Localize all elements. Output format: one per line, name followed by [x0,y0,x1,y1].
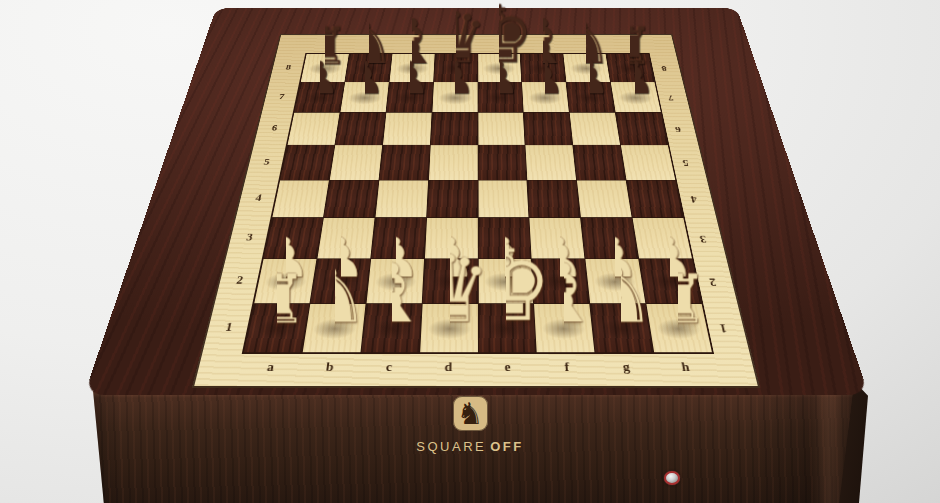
knight-logo-icon: ♞ [453,397,488,431]
black-p-g7[interactable]: ♟ [566,82,615,112]
rank-label-right-8: 8 [646,54,683,82]
rank-label-right-1: 1 [698,303,750,352]
white-b-f1[interactable]: ♝ [534,303,595,352]
file-label-a: a [237,349,303,386]
white-n-g1[interactable]: ♞ [590,303,654,352]
white-p-e2[interactable]: ♟ [478,259,534,304]
rank-label-right-5: 5 [665,145,707,180]
white-p-a2[interactable]: ♟ [254,259,317,304]
rank-label-right-4: 4 [672,180,716,218]
file-label-c: c [357,349,419,386]
black-p-b7[interactable]: ♟ [340,82,389,112]
white-b-c1[interactable]: ♝ [361,303,422,352]
rank-label-left-1: 1 [203,303,255,352]
white-k-e1[interactable]: ♚ [478,303,537,352]
white-p-d2[interactable]: ♟ [422,259,478,304]
white-q-d1[interactable]: ♛ [419,303,477,352]
file-label-g: g [595,349,659,386]
black-k-e8[interactable]: ♚ [478,54,522,82]
white-p-b2[interactable]: ♟ [310,259,371,304]
black-p-d7[interactable]: ♟ [432,82,478,112]
brand-text: SQUAREOFF [390,439,550,454]
white-p-f2[interactable]: ♟ [531,259,589,304]
pieces-layer: ♜♞♝♛♚♝♞♜♟♟♟♟♟♟♟♟♟♟♟♟♟♟♟♟♜♞♝♛♚♝♞♜ [244,54,712,352]
white-n-b1[interactable]: ♞ [302,303,366,352]
black-p-e7[interactable]: ♟ [478,82,524,112]
rank-label-right-3: 3 [680,218,726,259]
black-n-b8[interactable]: ♞ [345,54,392,82]
black-p-c7[interactable]: ♟ [386,82,433,112]
white-r-a1[interactable]: ♜ [244,303,310,352]
file-label-d: d [418,349,478,386]
black-b-f8[interactable]: ♝ [520,54,566,82]
black-n-g8[interactable]: ♞ [563,54,610,82]
file-label-f: f [536,349,598,386]
black-p-f7[interactable]: ♟ [522,82,569,112]
brand-text-square: SQUARE [416,439,486,454]
black-q-d8[interactable]: ♛ [433,54,477,82]
white-p-g2[interactable]: ♟ [585,259,646,304]
file-label-h: h [653,349,719,386]
chessboard: 87654321 87654321 abcdefgh ♜♞♝♛♚♝♞♜♟♟♟♟♟… [192,34,760,387]
black-b-c8[interactable]: ♝ [389,54,435,82]
rank-label-right-7: 7 [652,82,691,112]
black-p-a7[interactable]: ♟ [294,82,345,112]
power-button[interactable] [664,471,680,485]
file-label-b: b [297,349,361,386]
box-top-surface: 87654321 87654321 abcdefgh ♜♞♝♛♚♝♞♜♟♟♟♟♟… [84,8,869,395]
files-bottom: abcdefgh [237,349,719,386]
file-label-e: e [478,349,538,386]
brand-logo: ♞ SQUAREOFF [390,396,550,454]
white-p-c2[interactable]: ♟ [366,259,424,304]
brand-text-off: OFF [490,439,524,454]
square-off-logo-mark: ♞ [453,396,488,431]
scene: ♞ SQUAREOFF 87654321 87654321 abcdefgh ♜… [0,0,940,503]
black-r-a8[interactable]: ♜ [301,54,350,82]
rank-label-right-6: 6 [658,112,698,144]
rank-label-right-2: 2 [689,259,738,304]
